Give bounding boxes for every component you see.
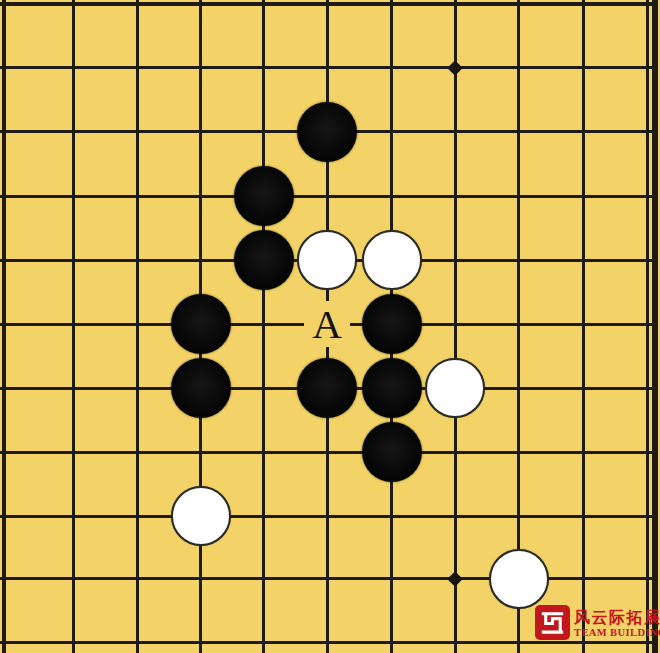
star-point <box>447 571 463 587</box>
watermark-text-block: 风云际拓展 TEAM BUILDING <box>574 605 660 638</box>
grid-hline <box>0 641 657 644</box>
grid-hline <box>0 195 657 198</box>
black-stone <box>297 358 357 418</box>
white-stone <box>171 486 231 546</box>
grid-vline <box>582 0 585 653</box>
black-stone <box>297 102 357 162</box>
black-stone <box>362 294 422 354</box>
grid-hline <box>0 451 657 454</box>
black-stone <box>362 422 422 482</box>
watermark-english-text: TEAM BUILDING <box>574 627 660 638</box>
grid-hline <box>0 2 657 7</box>
grid-vline <box>2 0 7 653</box>
grid-hline <box>0 577 657 580</box>
black-stone <box>362 358 422 418</box>
star-point <box>447 60 463 76</box>
black-stone <box>171 358 231 418</box>
watermark: 风云际拓展 TEAM BUILDING <box>535 605 660 640</box>
grid-hline <box>0 515 657 518</box>
grid-vline <box>454 0 457 653</box>
point-label-a: A <box>304 301 350 347</box>
grid-vline <box>136 0 139 653</box>
black-stone <box>234 166 294 226</box>
grid-hline <box>0 66 657 69</box>
white-stone <box>425 358 485 418</box>
grid-vline <box>72 0 75 653</box>
black-stone <box>171 294 231 354</box>
black-stone <box>234 230 294 290</box>
go-board-diagram: A 风云际拓展 TEAM BUILDING <box>0 0 660 653</box>
watermark-chinese-text: 风云际拓展 <box>574 608 660 627</box>
grid-vline <box>262 0 265 653</box>
white-stone <box>489 549 549 609</box>
board-right-edge-line <box>652 0 658 653</box>
white-stone <box>297 230 357 290</box>
grid-vline <box>646 0 649 653</box>
white-stone <box>362 230 422 290</box>
team-building-logo-icon <box>535 605 570 640</box>
